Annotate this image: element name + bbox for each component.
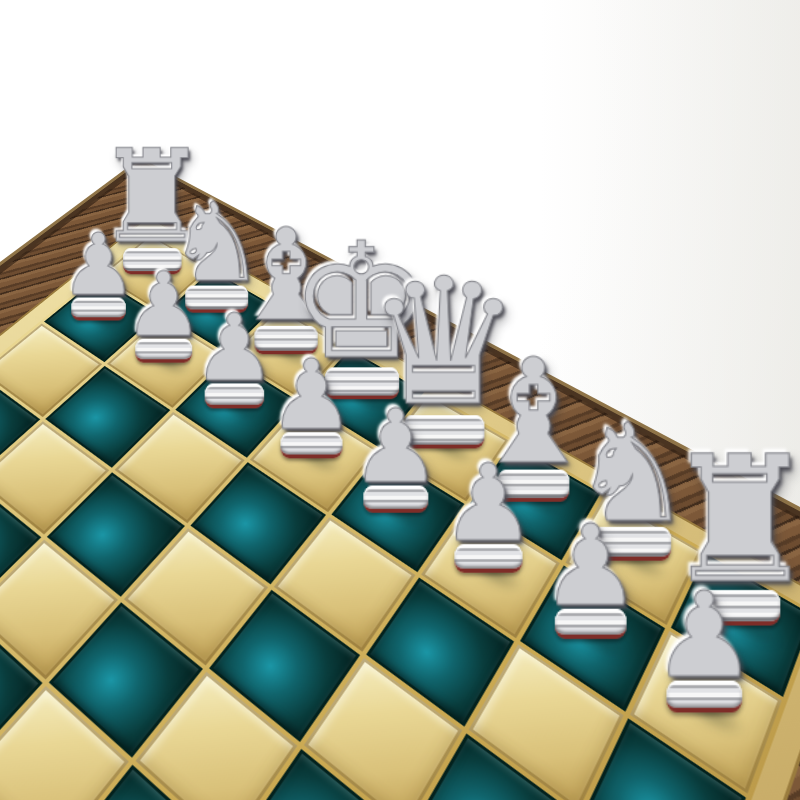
pawn-glyph: ♟	[651, 582, 757, 691]
chess-set-photo: ♜♞♝♛♚♝♞♜♟♟♟♟♟♟♟♟	[0, 0, 800, 800]
pawn-a2[interactable]: ♟	[598, 582, 800, 712]
piece-base	[666, 681, 742, 713]
